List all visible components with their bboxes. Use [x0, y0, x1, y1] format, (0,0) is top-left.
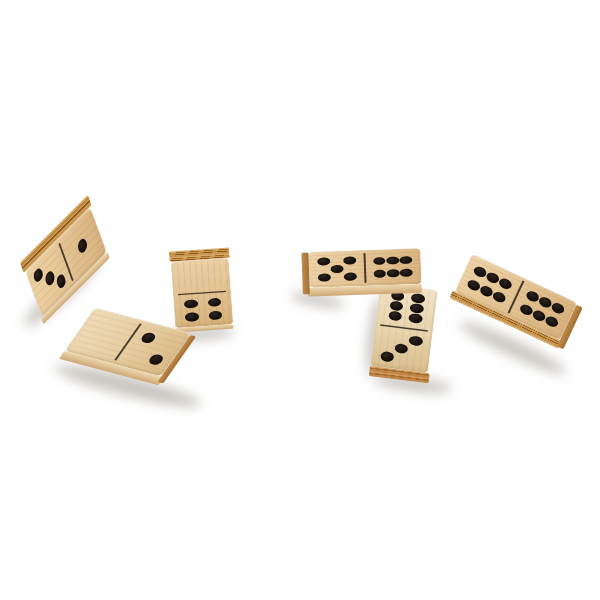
pip	[380, 351, 394, 362]
domino-tile-0-4[interactable]	[171, 258, 234, 328]
pip	[33, 266, 44, 284]
domino-face	[171, 258, 234, 328]
pip	[343, 256, 356, 264]
pip	[184, 299, 198, 308]
pip	[544, 315, 560, 330]
pip	[409, 335, 423, 346]
pip	[330, 265, 343, 273]
domino-half	[173, 291, 233, 328]
domino-half	[364, 248, 421, 286]
pip	[408, 313, 422, 324]
pip	[411, 293, 425, 304]
pip	[208, 311, 222, 320]
pip	[147, 353, 165, 366]
pip	[550, 301, 566, 316]
domino-tile-5-6[interactable]	[308, 248, 421, 288]
pip	[400, 269, 413, 277]
pip	[388, 310, 402, 321]
domino-half	[171, 258, 231, 295]
domino-face	[308, 248, 421, 288]
wood-edge	[301, 253, 309, 295]
domino-half	[370, 324, 433, 373]
domino-tile-6-3[interactable]	[370, 283, 438, 373]
pip	[317, 257, 330, 265]
pip	[44, 269, 55, 287]
pip	[497, 277, 513, 292]
domino-half	[308, 250, 365, 288]
pip	[207, 297, 221, 306]
pip	[318, 273, 331, 281]
pip	[400, 256, 413, 264]
pip	[491, 290, 507, 305]
pip	[139, 331, 157, 344]
pip	[386, 256, 399, 264]
pip	[387, 269, 400, 277]
domino-tile-3-1[interactable]	[25, 207, 107, 318]
pip	[344, 273, 357, 281]
pip	[389, 300, 403, 311]
domino-face	[370, 283, 438, 373]
pip	[55, 272, 66, 290]
pip	[185, 312, 199, 321]
pip	[373, 257, 386, 265]
dominoes-scene	[0, 0, 600, 600]
pip	[394, 343, 408, 354]
pip	[77, 237, 88, 255]
pip	[373, 270, 386, 278]
pip	[410, 303, 424, 314]
